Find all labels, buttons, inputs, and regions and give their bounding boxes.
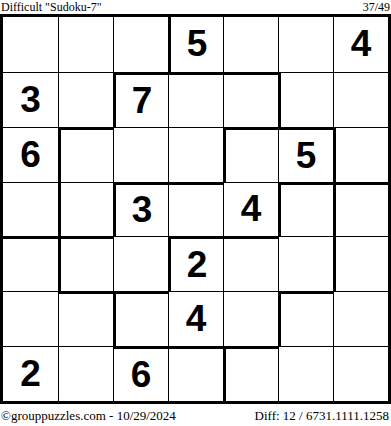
cell-r6c2[interactable] <box>58 291 113 346</box>
cell-r1c1[interactable] <box>3 17 58 72</box>
cell-r3c2[interactable] <box>58 127 113 182</box>
cell-r6c3[interactable] <box>113 291 168 346</box>
cell-r7c1[interactable]: 2 <box>3 346 58 401</box>
progress-counter: 37/49 <box>363 1 390 14</box>
cell-r2c6[interactable] <box>278 72 333 127</box>
cell-r6c6[interactable] <box>278 291 333 346</box>
cell-r1c2[interactable] <box>58 17 113 72</box>
cell-r7c4[interactable] <box>168 346 223 401</box>
cell-r3c7[interactable] <box>333 127 388 182</box>
cell-r6c7[interactable] <box>333 291 388 346</box>
cell-r2c4[interactable] <box>168 72 223 127</box>
cell-r7c2[interactable] <box>58 346 113 401</box>
cell-r4c3[interactable]: 3 <box>113 182 168 237</box>
cell-r1c5[interactable] <box>223 17 278 72</box>
footer-bar: ©grouppuzzles.com - 10/29/2024 Diff: 12 … <box>0 404 391 426</box>
header-bar: Difficult "Sudoku-7" 37/49 <box>0 0 391 14</box>
cell-r1c3[interactable] <box>113 17 168 72</box>
cell-r5c1[interactable] <box>3 236 58 291</box>
cell-r6c5[interactable] <box>223 291 278 346</box>
cell-r4c5[interactable]: 4 <box>223 182 278 237</box>
cell-r2c1[interactable]: 3 <box>3 72 58 127</box>
cell-r4c1[interactable] <box>3 182 58 237</box>
cell-r3c5[interactable] <box>223 127 278 182</box>
difficulty-label: Diff: 12 / 6731.1111.1258 <box>255 408 389 423</box>
cell-r1c6[interactable] <box>278 17 333 72</box>
cell-r5c2[interactable] <box>58 236 113 291</box>
cell-r1c4[interactable]: 5 <box>168 17 223 72</box>
cell-r3c4[interactable] <box>168 127 223 182</box>
cell-r3c1[interactable]: 6 <box>3 127 58 182</box>
cell-r7c7[interactable] <box>333 346 388 401</box>
cell-r4c2[interactable] <box>58 182 113 237</box>
cell-r7c6[interactable] <box>278 346 333 401</box>
cell-r7c5[interactable] <box>223 346 278 401</box>
cell-r5c3[interactable] <box>113 236 168 291</box>
cell-r6c1[interactable] <box>3 291 58 346</box>
copyright-date-label: ©grouppuzzles.com - 10/29/2024 <box>1 408 176 423</box>
cell-r2c2[interactable] <box>58 72 113 127</box>
cell-r4c7[interactable] <box>333 182 388 237</box>
cell-r5c5[interactable] <box>223 236 278 291</box>
cell-r2c3[interactable]: 7 <box>113 72 168 127</box>
cell-r2c7[interactable] <box>333 72 388 127</box>
cell-r5c4[interactable]: 2 <box>168 236 223 291</box>
cell-r3c6[interactable]: 5 <box>278 127 333 182</box>
cell-r7c3[interactable]: 6 <box>113 346 168 401</box>
cell-r2c5[interactable] <box>223 72 278 127</box>
cell-r5c7[interactable] <box>333 236 388 291</box>
cell-r4c4[interactable] <box>168 182 223 237</box>
cell-r3c3[interactable] <box>113 127 168 182</box>
cell-r4c6[interactable] <box>278 182 333 237</box>
puzzle-title: Difficult "Sudoku-7" <box>1 1 102 14</box>
cell-r5c6[interactable] <box>278 236 333 291</box>
sudoku-board: 543765342426 <box>0 14 391 404</box>
cell-r1c7[interactable]: 4 <box>333 17 388 72</box>
cell-r6c4[interactable]: 4 <box>168 291 223 346</box>
